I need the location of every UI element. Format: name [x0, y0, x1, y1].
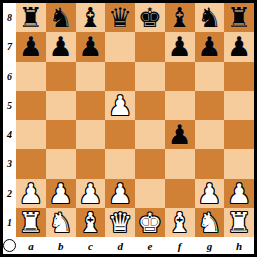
square-g2[interactable]: ♟: [195, 179, 225, 208]
piece-white-knight[interactable]: ♞: [49, 209, 73, 236]
square-f1[interactable]: ♝: [165, 208, 195, 237]
square-f4[interactable]: ♟: [165, 120, 195, 149]
chess-board-frame: 87654321 ♜♞♝♛♚♝♞♜♟♟♟♟♟♟♟♟♟♟♟♟♟♟♜♞♝♛♚♝♞♜ …: [0, 0, 257, 257]
piece-white-pawn[interactable]: ♟: [227, 180, 251, 207]
square-h2[interactable]: ♟: [224, 179, 254, 208]
square-e7[interactable]: [135, 32, 165, 61]
piece-white-king[interactable]: ♚: [138, 209, 162, 236]
square-c8[interactable]: ♝: [76, 3, 106, 32]
turn-indicator-corner: [3, 237, 16, 254]
square-f7[interactable]: ♟: [165, 32, 195, 61]
square-c5[interactable]: [76, 91, 106, 120]
piece-black-king[interactable]: ♚: [138, 4, 162, 31]
piece-black-bishop[interactable]: ♝: [78, 4, 102, 31]
piece-white-pawn[interactable]: ♟: [19, 180, 43, 207]
square-b7[interactable]: ♟: [46, 32, 76, 61]
piece-black-bishop[interactable]: ♝: [168, 4, 192, 31]
square-e2[interactable]: [135, 179, 165, 208]
piece-white-pawn[interactable]: ♟: [197, 180, 221, 207]
square-c6[interactable]: [76, 62, 106, 91]
piece-white-bishop[interactable]: ♝: [78, 209, 102, 236]
rank-label-6: 6: [3, 62, 16, 91]
square-c3[interactable]: [76, 149, 106, 178]
piece-white-pawn[interactable]: ♟: [78, 180, 102, 207]
file-label-a: a: [16, 237, 46, 254]
board: ♜♞♝♛♚♝♞♜♟♟♟♟♟♟♟♟♟♟♟♟♟♟♜♞♝♛♚♝♞♜: [16, 3, 254, 237]
piece-white-knight[interactable]: ♞: [197, 209, 221, 236]
square-d5[interactable]: ♟: [105, 91, 135, 120]
square-g8[interactable]: ♞: [195, 3, 225, 32]
square-f5[interactable]: [165, 91, 195, 120]
square-a7[interactable]: ♟: [16, 32, 46, 61]
square-e6[interactable]: [135, 62, 165, 91]
square-d7[interactable]: [105, 32, 135, 61]
square-e4[interactable]: [135, 120, 165, 149]
file-labels: abcdefgh: [16, 237, 254, 254]
square-a6[interactable]: [16, 62, 46, 91]
square-f2[interactable]: [165, 179, 195, 208]
square-h1[interactable]: ♜: [224, 208, 254, 237]
piece-white-bishop[interactable]: ♝: [168, 209, 192, 236]
square-e1[interactable]: ♚: [135, 208, 165, 237]
square-h8[interactable]: ♜: [224, 3, 254, 32]
square-g4[interactable]: [195, 120, 225, 149]
square-b1[interactable]: ♞: [46, 208, 76, 237]
piece-black-pawn[interactable]: ♟: [197, 33, 221, 60]
square-d8[interactable]: ♛: [105, 3, 135, 32]
square-a4[interactable]: [16, 120, 46, 149]
rank-labels: 87654321: [3, 3, 16, 237]
rank-label-7: 7: [3, 32, 16, 61]
square-g5[interactable]: [195, 91, 225, 120]
square-a3[interactable]: [16, 149, 46, 178]
rank-label-4: 4: [3, 120, 16, 149]
piece-white-pawn[interactable]: ♟: [108, 180, 132, 207]
piece-white-rook[interactable]: ♜: [227, 209, 251, 236]
square-g6[interactable]: [195, 62, 225, 91]
piece-white-queen[interactable]: ♛: [108, 209, 132, 236]
file-label-f: f: [165, 237, 195, 254]
piece-black-pawn[interactable]: ♟: [78, 33, 102, 60]
rank-label-2: 2: [3, 179, 16, 208]
rank-label-1: 1: [3, 208, 16, 237]
rank-label-3: 3: [3, 149, 16, 178]
square-b4[interactable]: [46, 120, 76, 149]
file-label-h: h: [224, 237, 254, 254]
square-c4[interactable]: [76, 120, 106, 149]
piece-white-pawn[interactable]: ♟: [108, 92, 132, 119]
square-a8[interactable]: ♜: [16, 3, 46, 32]
square-g7[interactable]: ♟: [195, 32, 225, 61]
file-label-g: g: [195, 237, 225, 254]
square-b5[interactable]: [46, 91, 76, 120]
piece-black-knight[interactable]: ♞: [197, 4, 221, 31]
piece-black-pawn[interactable]: ♟: [49, 33, 73, 60]
square-c1[interactable]: ♝: [76, 208, 106, 237]
piece-white-rook[interactable]: ♜: [19, 209, 43, 236]
piece-white-pawn[interactable]: ♟: [49, 180, 73, 207]
piece-black-pawn[interactable]: ♟: [168, 121, 192, 148]
piece-black-pawn[interactable]: ♟: [227, 33, 251, 60]
square-f8[interactable]: ♝: [165, 3, 195, 32]
square-d3[interactable]: [105, 149, 135, 178]
file-label-c: c: [76, 237, 106, 254]
square-g1[interactable]: ♞: [195, 208, 225, 237]
square-h7[interactable]: ♟: [224, 32, 254, 61]
piece-black-knight[interactable]: ♞: [49, 4, 73, 31]
square-h4[interactable]: [224, 120, 254, 149]
rank-label-8: 8: [3, 3, 16, 32]
square-a5[interactable]: [16, 91, 46, 120]
square-e3[interactable]: [135, 149, 165, 178]
square-a1[interactable]: ♜: [16, 208, 46, 237]
square-h3[interactable]: [224, 149, 254, 178]
square-d4[interactable]: [105, 120, 135, 149]
piece-black-pawn[interactable]: ♟: [19, 33, 43, 60]
square-c2[interactable]: ♟: [76, 179, 106, 208]
rank-label-5: 5: [3, 91, 16, 120]
square-d6[interactable]: [105, 62, 135, 91]
file-label-d: d: [105, 237, 135, 254]
square-g3[interactable]: [195, 149, 225, 178]
square-e8[interactable]: ♚: [135, 3, 165, 32]
square-h5[interactable]: [224, 91, 254, 120]
square-e5[interactable]: [135, 91, 165, 120]
square-d1[interactable]: ♛: [105, 208, 135, 237]
white-to-move-indicator: [3, 239, 16, 252]
piece-black-queen[interactable]: ♛: [108, 4, 132, 31]
square-b6[interactable]: [46, 62, 76, 91]
file-label-b: b: [46, 237, 76, 254]
piece-black-rook[interactable]: ♜: [227, 4, 251, 31]
piece-black-pawn[interactable]: ♟: [168, 33, 192, 60]
square-h6[interactable]: [224, 62, 254, 91]
piece-black-rook[interactable]: ♜: [19, 4, 43, 31]
square-b2[interactable]: ♟: [46, 179, 76, 208]
square-c7[interactable]: ♟: [76, 32, 106, 61]
square-a2[interactable]: ♟: [16, 179, 46, 208]
square-f6[interactable]: [165, 62, 195, 91]
square-b3[interactable]: [46, 149, 76, 178]
square-f3[interactable]: [165, 149, 195, 178]
square-b8[interactable]: ♞: [46, 3, 76, 32]
file-label-e: e: [135, 237, 165, 254]
square-d2[interactable]: ♟: [105, 179, 135, 208]
